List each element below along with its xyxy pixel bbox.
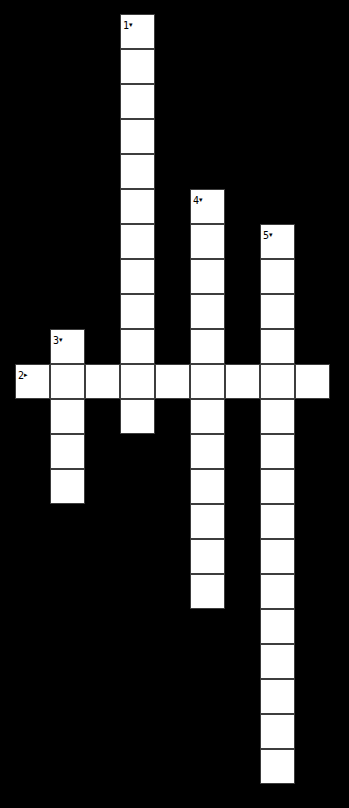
cell-r10-c6[interactable] [225,364,260,399]
clue-label-4-down: 4▾ [193,191,203,207]
down-arrow-icon: ▾ [269,231,273,239]
clue-label-1-down: 1▾ [123,16,133,32]
cell-r21-c7[interactable] [260,749,295,784]
cell-r0-c3[interactable]: 1▾ [120,14,155,49]
cell-r6-c7[interactable]: 5▾ [260,224,295,259]
cell-r10-c2[interactable] [85,364,120,399]
cell-r14-c5[interactable] [190,504,225,539]
clue-number: 1 [123,20,129,31]
cell-r11-c1[interactable] [50,399,85,434]
cell-r10-c4[interactable] [155,364,190,399]
cell-r7-c7[interactable] [260,259,295,294]
cell-r12-c1[interactable] [50,434,85,469]
cell-r7-c3[interactable] [120,259,155,294]
cell-r11-c7[interactable] [260,399,295,434]
cell-r12-c7[interactable] [260,434,295,469]
clue-label-2-across: 2▸ [18,366,28,382]
cell-r20-c7[interactable] [260,714,295,749]
cell-r12-c5[interactable] [190,434,225,469]
down-arrow-icon: ▾ [59,336,63,344]
cell-r19-c7[interactable] [260,679,295,714]
cell-r9-c5[interactable] [190,329,225,364]
clue-number: 2 [18,370,24,381]
cell-r10-c0[interactable]: 2▸ [15,364,50,399]
cell-r10-c8[interactable] [295,364,330,399]
cell-r10-c1[interactable] [50,364,85,399]
cell-r16-c5[interactable] [190,574,225,609]
across-arrow-icon: ▸ [24,371,28,379]
cell-r8-c3[interactable] [120,294,155,329]
cell-r4-c3[interactable] [120,154,155,189]
cell-r7-c5[interactable] [190,259,225,294]
clue-label-3-down: 3▾ [53,331,63,347]
cell-r11-c5[interactable] [190,399,225,434]
cell-r10-c5[interactable] [190,364,225,399]
cell-r3-c3[interactable] [120,119,155,154]
cell-r11-c3[interactable] [120,399,155,434]
cell-r16-c7[interactable] [260,574,295,609]
cell-r9-c1[interactable]: 3▾ [50,329,85,364]
cell-r8-c5[interactable] [190,294,225,329]
cell-r1-c3[interactable] [120,49,155,84]
down-arrow-icon: ▾ [129,21,133,29]
clue-number: 5 [263,230,269,241]
cell-r15-c7[interactable] [260,539,295,574]
cell-r10-c3[interactable] [120,364,155,399]
cell-r13-c1[interactable] [50,469,85,504]
cell-r6-c3[interactable] [120,224,155,259]
cell-r5-c3[interactable] [120,189,155,224]
cell-r9-c7[interactable] [260,329,295,364]
cell-r5-c5[interactable]: 4▾ [190,189,225,224]
cell-r18-c7[interactable] [260,644,295,679]
cell-r13-c7[interactable] [260,469,295,504]
cell-r13-c5[interactable] [190,469,225,504]
cell-r15-c5[interactable] [190,539,225,574]
cell-r14-c7[interactable] [260,504,295,539]
cell-r9-c3[interactable] [120,329,155,364]
cell-r17-c7[interactable] [260,609,295,644]
cell-r8-c7[interactable] [260,294,295,329]
clue-number: 4 [193,195,199,206]
cell-r6-c5[interactable] [190,224,225,259]
cell-r2-c3[interactable] [120,84,155,119]
crossword-board: 1▾4▾5▾3▾2▸ [0,0,349,808]
clue-number: 3 [53,335,59,346]
clue-label-5-down: 5▾ [263,226,273,242]
down-arrow-icon: ▾ [199,196,203,204]
cell-r10-c7[interactable] [260,364,295,399]
